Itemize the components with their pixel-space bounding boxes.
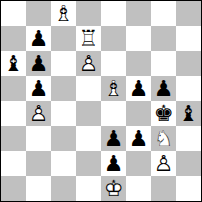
square-a5[interactable] (1, 76, 26, 101)
piece-black-pawn-e3: ♟ (101, 126, 126, 151)
square-d7[interactable]: ♜♖ (76, 26, 101, 51)
piece-fill-white-bishop-e5: ♝ (101, 76, 126, 101)
piece-fill-white-pawn-b4: ♟ (26, 101, 51, 126)
square-b8[interactable] (26, 1, 51, 26)
square-a1[interactable] (1, 176, 26, 201)
piece-fill-white-king-e1: ♚ (101, 176, 126, 201)
piece-black-pawn-e2: ♟ (101, 151, 126, 176)
piece-white-pawn-g2: ♙ (151, 151, 176, 176)
piece-black-pawn-g5: ♟ (151, 76, 176, 101)
piece-black-pawn-b5: ♟ (26, 76, 51, 101)
square-h7[interactable] (176, 26, 201, 51)
piece-white-pawn-d6: ♙ (76, 51, 101, 76)
piece-white-bishop-e5: ♗ (101, 76, 126, 101)
square-c1[interactable] (51, 176, 76, 201)
square-c6[interactable] (51, 51, 76, 76)
piece-black-bishop-h4: ♝ (176, 101, 201, 126)
square-e7[interactable] (101, 26, 126, 51)
square-b3[interactable] (26, 126, 51, 151)
square-f6[interactable] (126, 51, 151, 76)
square-f5[interactable]: ♟ (126, 76, 151, 101)
square-c3[interactable] (51, 126, 76, 151)
piece-white-knight-g3: ♘ (151, 126, 176, 151)
square-c2[interactable] (51, 151, 76, 176)
square-g4[interactable]: ♚ (151, 101, 176, 126)
square-d4[interactable] (76, 101, 101, 126)
square-d3[interactable] (76, 126, 101, 151)
square-h4[interactable]: ♝ (176, 101, 201, 126)
piece-black-pawn-b7: ♟ (26, 26, 51, 51)
square-h1[interactable] (176, 176, 201, 201)
piece-fill-white-pawn-g2: ♟ (151, 151, 176, 176)
square-f8[interactable] (126, 1, 151, 26)
square-a4[interactable] (1, 101, 26, 126)
square-b1[interactable] (26, 176, 51, 201)
square-e2[interactable]: ♟ (101, 151, 126, 176)
square-e4[interactable] (101, 101, 126, 126)
square-g5[interactable]: ♟ (151, 76, 176, 101)
piece-fill-white-pawn-d6: ♟ (76, 51, 101, 76)
square-g7[interactable] (151, 26, 176, 51)
square-e1[interactable]: ♚♔ (101, 176, 126, 201)
piece-black-pawn-f3: ♟ (126, 126, 151, 151)
piece-white-pawn-b4: ♙ (26, 101, 51, 126)
square-e5[interactable]: ♝♗ (101, 76, 126, 101)
piece-black-pawn-b6: ♟ (26, 51, 51, 76)
square-e8[interactable] (101, 1, 126, 26)
square-d2[interactable] (76, 151, 101, 176)
square-g6[interactable] (151, 51, 176, 76)
square-g8[interactable] (151, 1, 176, 26)
piece-white-bishop-c8: ♗ (51, 1, 76, 26)
square-h8[interactable] (176, 1, 201, 26)
square-f2[interactable] (126, 151, 151, 176)
square-a3[interactable] (1, 126, 26, 151)
piece-white-rook-d7: ♖ (76, 26, 101, 51)
square-h3[interactable] (176, 126, 201, 151)
square-g3[interactable]: ♞♘ (151, 126, 176, 151)
square-e3[interactable]: ♟ (101, 126, 126, 151)
square-d5[interactable] (76, 76, 101, 101)
square-c5[interactable] (51, 76, 76, 101)
square-d8[interactable] (76, 1, 101, 26)
piece-fill-white-bishop-c8: ♝ (51, 1, 76, 26)
square-h2[interactable] (176, 151, 201, 176)
square-g1[interactable] (151, 176, 176, 201)
square-c8[interactable]: ♝♗ (51, 1, 76, 26)
square-h6[interactable] (176, 51, 201, 76)
square-g2[interactable]: ♟♙ (151, 151, 176, 176)
piece-black-bishop-a6: ♝ (1, 51, 26, 76)
square-f1[interactable] (126, 176, 151, 201)
square-a2[interactable] (1, 151, 26, 176)
square-f3[interactable]: ♟ (126, 126, 151, 151)
square-d6[interactable]: ♟♙ (76, 51, 101, 76)
piece-fill-white-knight-g3: ♞ (151, 126, 176, 151)
square-a6[interactable]: ♝ (1, 51, 26, 76)
piece-black-pawn-f5: ♟ (126, 76, 151, 101)
square-h5[interactable] (176, 76, 201, 101)
square-a8[interactable] (1, 1, 26, 26)
piece-black-king-g4: ♚ (151, 101, 176, 126)
square-c4[interactable] (51, 101, 76, 126)
chess-board: ♝♗♟♜♖♝♟♟♙♟♝♗♟♟♟♙♚♝♟♟♞♘♟♟♙♚♔ (0, 0, 202, 202)
piece-white-king-e1: ♔ (101, 176, 126, 201)
square-b4[interactable]: ♟♙ (26, 101, 51, 126)
square-e6[interactable] (101, 51, 126, 76)
square-b7[interactable]: ♟ (26, 26, 51, 51)
chess-diagram: ♝♗♟♜♖♝♟♟♙♟♝♗♟♟♟♙♚♝♟♟♞♘♟♟♙♚♔ (0, 0, 202, 202)
square-d1[interactable] (76, 176, 101, 201)
square-f7[interactable] (126, 26, 151, 51)
square-c7[interactable] (51, 26, 76, 51)
square-f4[interactable] (126, 101, 151, 126)
piece-fill-white-rook-d7: ♜ (76, 26, 101, 51)
square-b5[interactable]: ♟ (26, 76, 51, 101)
square-b6[interactable]: ♟ (26, 51, 51, 76)
square-a7[interactable] (1, 26, 26, 51)
square-b2[interactable] (26, 151, 51, 176)
